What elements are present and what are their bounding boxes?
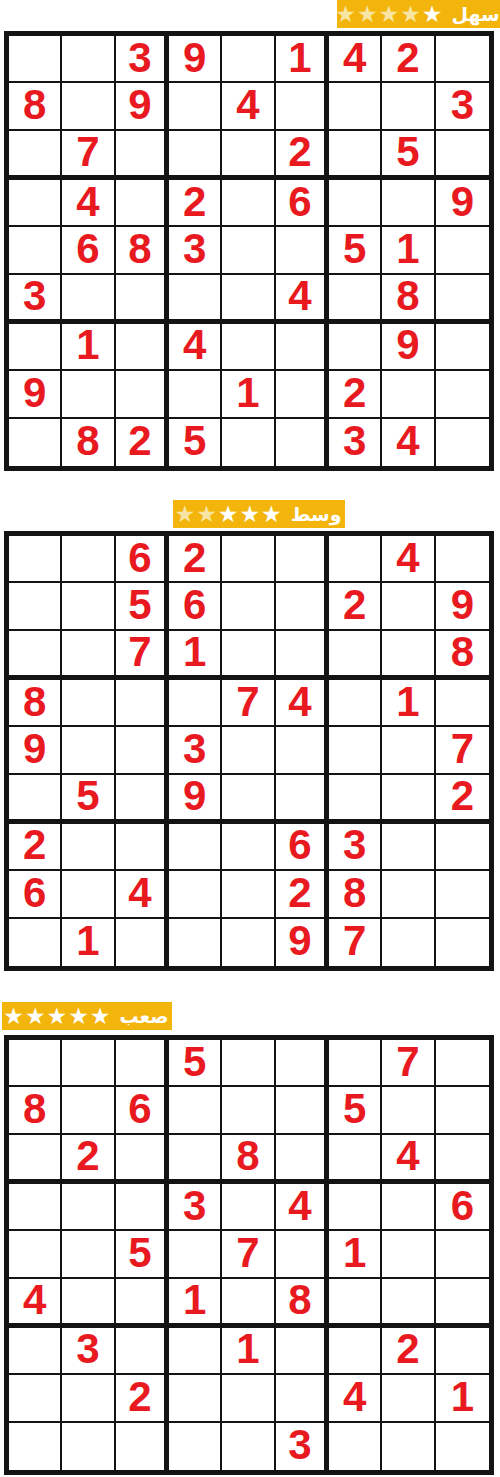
sudoku-medium-cell-r3c8[interactable] [382, 631, 435, 680]
sudoku-easy-cell-r2c1[interactable]: 8 [9, 83, 62, 130]
sudoku-easy-cell-r3c4[interactable] [169, 131, 222, 180]
sudoku-medium-cell-r5c8[interactable] [382, 727, 435, 774]
sudoku-hard-cell-r1c2[interactable] [62, 1040, 115, 1087]
sudoku-easy-cell-r5c5[interactable] [222, 227, 275, 274]
sudoku-grid-easy: 39142894372542696835134814991282534 [4, 31, 494, 471]
sudoku-hard-cell-r3c8[interactable]: 4 [382, 1135, 435, 1184]
sudoku-hard-cell-r8c3[interactable]: 2 [116, 1375, 169, 1422]
star-empty-icon: ★ [196, 503, 218, 526]
sudoku-hard-cell-r6c7[interactable] [329, 1279, 382, 1328]
sudoku-easy-cell-r1c9[interactable] [436, 36, 489, 83]
sudoku-easy-cell-r3c8[interactable]: 5 [382, 131, 435, 180]
sudoku-easy-cell-r7c5[interactable] [222, 324, 275, 371]
sudoku-easy-cell-r1c4[interactable]: 9 [169, 36, 222, 83]
sudoku-medium-cell-r8c7[interactable]: 8 [329, 871, 382, 918]
sudoku-medium-cell-r8c2[interactable] [62, 871, 115, 918]
sudoku-easy-cell-r7c6[interactable] [276, 324, 329, 371]
sudoku-hard-cell-r4c3[interactable] [116, 1184, 169, 1231]
sudoku-medium-cell-r5c7[interactable] [329, 727, 382, 774]
sudoku-easy-cell-r5c6[interactable] [276, 227, 329, 274]
sudoku-medium-cell-r2c2[interactable] [62, 583, 115, 630]
sudoku-hard-cell-r4c9[interactable]: 6 [436, 1184, 489, 1231]
sudoku-easy-cell-r6c2[interactable] [62, 275, 115, 324]
sudoku-medium-cell-r4c8[interactable]: 1 [382, 680, 435, 727]
sudoku-medium-cell-r3c9[interactable]: 8 [436, 631, 489, 680]
sudoku-hard-cell-r9c5[interactable] [222, 1423, 275, 1470]
sudoku-hard-cell-r3c4[interactable] [169, 1135, 222, 1184]
sudoku-hard-cell-r1c9[interactable] [436, 1040, 489, 1087]
sudoku-hard-cell-r4c2[interactable] [62, 1184, 115, 1231]
sudoku-hard-cell-r6c6[interactable]: 8 [276, 1279, 329, 1328]
sudoku-medium-cell-r2c6[interactable] [276, 583, 329, 630]
star-filled-icon: ★ [422, 3, 444, 26]
sudoku-medium-cell-r4c3[interactable] [116, 680, 169, 727]
sudoku-grid-medium: 624562971887419375922636428197 [4, 531, 494, 971]
sudoku-medium-cell-r2c3[interactable]: 5 [116, 583, 169, 630]
sudoku-hard-cell-r4c8[interactable] [382, 1184, 435, 1231]
sudoku-hard-cell-r1c8[interactable]: 7 [382, 1040, 435, 1087]
star-empty-icon: ★ [400, 3, 422, 26]
sudoku-medium-cell-r6c4[interactable]: 9 [169, 775, 222, 824]
sudoku-medium-cell-r3c7[interactable] [329, 631, 382, 680]
sudoku-hard-cell-r3c3[interactable] [116, 1135, 169, 1184]
star-filled-icon: ★ [68, 1005, 90, 1028]
difficulty-label-medium: وسط [289, 500, 344, 528]
sudoku-hard-cell-r5c5[interactable]: 7 [222, 1231, 275, 1278]
sudoku-medium-cell-r7c9[interactable] [436, 824, 489, 871]
sudoku-easy-cell-r7c8[interactable]: 9 [382, 324, 435, 371]
sudoku-easy-cell-r8c9[interactable] [436, 371, 489, 418]
sudoku-medium-cell-r7c2[interactable] [62, 824, 115, 871]
sudoku-medium-cell-r6c8[interactable] [382, 775, 435, 824]
sudoku-hard-cell-r8c4[interactable] [169, 1375, 222, 1422]
sudoku-easy-cell-r7c1[interactable] [9, 324, 62, 371]
sudoku-easy-cell-r4c2[interactable]: 4 [62, 180, 115, 227]
sudoku-grid-hard: 578652843465714183122413 [4, 1035, 494, 1475]
sudoku-hard-cell-r1c1[interactable] [9, 1040, 62, 1087]
sudoku-easy-cell-r6c3[interactable] [116, 275, 169, 324]
sudoku-easy-cell-r3c2[interactable]: 7 [62, 131, 115, 180]
sudoku-hard-cell-r8c7[interactable]: 4 [329, 1375, 382, 1422]
sudoku-easy-cell-r3c7[interactable] [329, 131, 382, 180]
sudoku-hard-cell-r1c7[interactable] [329, 1040, 382, 1087]
sudoku-easy-cell-r1c8[interactable]: 2 [382, 36, 435, 83]
sudoku-easy-cell-r3c5[interactable] [222, 131, 275, 180]
sudoku-hard-cell-r4c4[interactable]: 3 [169, 1184, 222, 1231]
sudoku-medium-cell-r6c7[interactable] [329, 775, 382, 824]
sudoku-hard-cell-r7c8[interactable]: 2 [382, 1328, 435, 1375]
sudoku-medium-cell-r8c8[interactable] [382, 871, 435, 918]
sudoku-medium-cell-r5c1[interactable]: 9 [9, 727, 62, 774]
sudoku-medium-cell-r9c9[interactable] [436, 919, 489, 966]
sudoku-hard-cell-r1c6[interactable] [276, 1040, 329, 1087]
sudoku-medium-cell-r1c7[interactable] [329, 536, 382, 583]
sudoku-medium-cell-r9c2[interactable]: 1 [62, 919, 115, 966]
sudoku-hard-cell-r5c2[interactable] [62, 1231, 115, 1278]
sudoku-hard-cell-r1c5[interactable] [222, 1040, 275, 1087]
sudoku-easy-cell-r8c5[interactable]: 1 [222, 371, 275, 418]
sudoku-hard-cell-r1c3[interactable] [116, 1040, 169, 1087]
sudoku-hard-cell-r9c8[interactable] [382, 1423, 435, 1470]
sudoku-medium-cell-r1c6[interactable] [276, 536, 329, 583]
sudoku-easy-cell-r4c6[interactable]: 6 [276, 180, 329, 227]
star-filled-icon: ★ [3, 1005, 25, 1028]
sudoku-easy-cell-r7c4[interactable]: 4 [169, 324, 222, 371]
sudoku-easy-cell-r8c8[interactable] [382, 371, 435, 418]
sudoku-easy-cell-r4c7[interactable] [329, 180, 382, 227]
sudoku-medium-cell-r5c6[interactable] [276, 727, 329, 774]
sudoku-hard-cell-r5c1[interactable] [9, 1231, 62, 1278]
sudoku-medium-cell-r6c3[interactable] [116, 775, 169, 824]
sudoku-hard-cell-r2c6[interactable] [276, 1087, 329, 1134]
sudoku-hard-cell-r7c7[interactable] [329, 1328, 382, 1375]
difficulty-banner-medium: ★★★★★ وسط [173, 500, 345, 528]
difficulty-banner-hard: ★★★★★ صعب [2, 1002, 172, 1030]
sudoku-medium-cell-r7c5[interactable] [222, 824, 275, 871]
sudoku-easy-cell-r2c6[interactable] [276, 83, 329, 130]
star-empty-icon: ★ [357, 3, 379, 26]
sudoku-medium-cell-r6c2[interactable]: 5 [62, 775, 115, 824]
sudoku-easy-cell-r3c6[interactable]: 2 [276, 131, 329, 180]
sudoku-easy-cell-r4c9[interactable]: 9 [436, 180, 489, 227]
sudoku-medium-cell-r4c1[interactable]: 8 [9, 680, 62, 727]
sudoku-hard-cell-r3c9[interactable] [436, 1135, 489, 1184]
sudoku-easy-cell-r9c8[interactable]: 4 [382, 419, 435, 466]
sudoku-hard-cell-r2c1[interactable]: 8 [9, 1087, 62, 1134]
sudoku-easy-cell-r7c9[interactable] [436, 324, 489, 371]
sudoku-easy-cell-r1c2[interactable] [62, 36, 115, 83]
sudoku-hard-cell-r8c1[interactable] [9, 1375, 62, 1422]
sudoku-hard-cell-r5c4[interactable] [169, 1231, 222, 1278]
sudoku-hard-cell-r2c8[interactable] [382, 1087, 435, 1134]
sudoku-hard-cell-r3c1[interactable] [9, 1135, 62, 1184]
sudoku-easy-cell-r8c2[interactable] [62, 371, 115, 418]
sudoku-easy-cell-r2c9[interactable]: 3 [436, 83, 489, 130]
difficulty-label-hard: صعب [117, 1002, 170, 1030]
sudoku-hard-cell-r8c5[interactable] [222, 1375, 275, 1422]
sudoku-hard-cell-r6c8[interactable] [382, 1279, 435, 1328]
sudoku-hard-cell-r2c9[interactable] [436, 1087, 489, 1134]
sudoku-hard-cell-r5c8[interactable] [382, 1231, 435, 1278]
sudoku-medium-cell-r1c1[interactable] [9, 536, 62, 583]
difficulty-banner-easy: ★★★★★ سهل [337, 0, 500, 28]
sudoku-easy-cell-r8c6[interactable] [276, 371, 329, 418]
sudoku-hard-cell-r9c3[interactable] [116, 1423, 169, 1470]
sudoku-medium-cell-r6c6[interactable] [276, 775, 329, 824]
sudoku-easy-cell-r6c8[interactable]: 8 [382, 275, 435, 324]
sudoku-hard-cell-r6c4[interactable]: 1 [169, 1279, 222, 1328]
sudoku-hard-cell-r5c6[interactable] [276, 1231, 329, 1278]
sudoku-easy-cell-r4c8[interactable] [382, 180, 435, 227]
sudoku-easy-cell-r4c1[interactable] [9, 180, 62, 227]
sudoku-easy-cell-r7c2[interactable]: 1 [62, 324, 115, 371]
sudoku-easy-cell-r6c1[interactable]: 3 [9, 275, 62, 324]
sudoku-medium-cell-r3c1[interactable] [9, 631, 62, 680]
star-rating-easy: ★★★★★ [335, 3, 443, 26]
sudoku-medium-cell-r9c7[interactable]: 7 [329, 919, 382, 966]
sudoku-hard-cell-r9c9[interactable] [436, 1423, 489, 1470]
sudoku-medium-cell-r3c6[interactable] [276, 631, 329, 680]
sudoku-medium-cell-r5c5[interactable] [222, 727, 275, 774]
sudoku-easy-cell-r6c5[interactable] [222, 275, 275, 324]
sudoku-medium-cell-r7c6[interactable]: 6 [276, 824, 329, 871]
sudoku-hard-cell-r7c3[interactable] [116, 1328, 169, 1375]
star-filled-icon: ★ [25, 1005, 47, 1028]
sudoku-medium-cell-r8c9[interactable] [436, 871, 489, 918]
sudoku-hard-cell-r4c6[interactable]: 4 [276, 1184, 329, 1231]
sudoku-easy-cell-r3c3[interactable] [116, 131, 169, 180]
sudoku-hard-cell-r8c8[interactable] [382, 1375, 435, 1422]
sudoku-hard-cell-r7c1[interactable] [9, 1328, 62, 1375]
star-filled-icon: ★ [90, 1005, 112, 1028]
sudoku-medium-cell-r3c3[interactable]: 7 [116, 631, 169, 680]
sudoku-medium-cell-r6c5[interactable] [222, 775, 275, 824]
sudoku-hard-cell-r5c7[interactable]: 1 [329, 1231, 382, 1278]
sudoku-hard-cell-r8c2[interactable] [62, 1375, 115, 1422]
sudoku-easy-cell-r6c9[interactable] [436, 275, 489, 324]
sudoku-medium-cell-r9c6[interactable]: 9 [276, 919, 329, 966]
sudoku-medium-cell-r4c2[interactable] [62, 680, 115, 727]
sudoku-easy-cell-r6c6[interactable]: 4 [276, 275, 329, 324]
sudoku-medium-cell-r3c4[interactable]: 1 [169, 631, 222, 680]
sudoku-medium-cell-r8c5[interactable] [222, 871, 275, 918]
sudoku-medium-cell-r2c8[interactable] [382, 583, 435, 630]
sudoku-easy-cell-r1c3[interactable]: 3 [116, 36, 169, 83]
sudoku-easy-cell-r5c3[interactable]: 8 [116, 227, 169, 274]
sudoku-medium-cell-r1c2[interactable] [62, 536, 115, 583]
sudoku-hard-cell-r6c3[interactable] [116, 1279, 169, 1328]
sudoku-medium-cell-r6c1[interactable] [9, 775, 62, 824]
star-filled-icon: ★ [218, 503, 240, 526]
sudoku-medium-cell-r9c1[interactable] [9, 919, 62, 966]
sudoku-medium-cell-r2c9[interactable]: 9 [436, 583, 489, 630]
star-empty-icon: ★ [379, 3, 401, 26]
sudoku-medium-cell-r1c5[interactable] [222, 536, 275, 583]
sudoku-hard-cell-r3c6[interactable] [276, 1135, 329, 1184]
sudoku-hard-cell-r6c5[interactable] [222, 1279, 275, 1328]
sudoku-hard-cell-r6c1[interactable]: 4 [9, 1279, 62, 1328]
sudoku-medium-cell-r2c7[interactable]: 2 [329, 583, 382, 630]
sudoku-hard-cell-r8c9[interactable]: 1 [436, 1375, 489, 1422]
sudoku-easy-cell-r3c1[interactable] [9, 131, 62, 180]
sudoku-easy-cell-r2c2[interactable] [62, 83, 115, 130]
sudoku-hard-cell-r7c5[interactable]: 1 [222, 1328, 275, 1375]
sudoku-hard-cell-r2c3[interactable]: 6 [116, 1087, 169, 1134]
sudoku-easy-cell-r9c5[interactable] [222, 419, 275, 466]
sudoku-hard-cell-r4c7[interactable] [329, 1184, 382, 1231]
sudoku-easy-cell-r4c3[interactable] [116, 180, 169, 227]
sudoku-medium-cell-r9c5[interactable] [222, 919, 275, 966]
sudoku-easy-cell-r8c1[interactable]: 9 [9, 371, 62, 418]
sudoku-medium-cell-r3c5[interactable] [222, 631, 275, 680]
sudoku-medium-cell-r5c4[interactable]: 3 [169, 727, 222, 774]
sudoku-hard-cell-r6c9[interactable] [436, 1279, 489, 1328]
sudoku-easy-cell-r5c9[interactable] [436, 227, 489, 274]
sudoku-hard-cell-r1c4[interactable]: 5 [169, 1040, 222, 1087]
sudoku-easy-cell-r9c1[interactable] [9, 419, 62, 466]
sudoku-medium-cell-r8c1[interactable]: 6 [9, 871, 62, 918]
sudoku-easy-cell-r2c4[interactable] [169, 83, 222, 130]
sudoku-medium-cell-r8c6[interactable]: 2 [276, 871, 329, 918]
sudoku-easy-cell-r2c8[interactable] [382, 83, 435, 130]
sudoku-hard-cell-r9c6[interactable]: 3 [276, 1423, 329, 1470]
sudoku-hard-cell-r7c6[interactable] [276, 1328, 329, 1375]
sudoku-easy-cell-r1c1[interactable] [9, 36, 62, 83]
sudoku-medium-cell-r1c9[interactable] [436, 536, 489, 583]
sudoku-medium-cell-r4c5[interactable]: 7 [222, 680, 275, 727]
sudoku-hard-cell-r3c5[interactable]: 8 [222, 1135, 275, 1184]
sudoku-hard-cell-r9c1[interactable] [9, 1423, 62, 1470]
sudoku-medium-cell-r9c4[interactable] [169, 919, 222, 966]
star-filled-icon: ★ [47, 1005, 69, 1028]
sudoku-hard-cell-r7c4[interactable] [169, 1328, 222, 1375]
sudoku-medium-cell-r7c7[interactable]: 3 [329, 824, 382, 871]
sudoku-medium-cell-r4c9[interactable] [436, 680, 489, 727]
sudoku-hard-cell-r9c4[interactable] [169, 1423, 222, 1470]
sudoku-hard-cell-r9c2[interactable] [62, 1423, 115, 1470]
sudoku-hard-cell-r4c5[interactable] [222, 1184, 275, 1231]
sudoku-medium-cell-r1c3[interactable]: 6 [116, 536, 169, 583]
sudoku-easy-cell-r4c5[interactable] [222, 180, 275, 227]
sudoku-easy-cell-r1c5[interactable] [222, 36, 275, 83]
sudoku-hard-cell-r6c2[interactable] [62, 1279, 115, 1328]
star-rating-hard: ★★★★★ [3, 1005, 111, 1028]
sudoku-medium-cell-r4c4[interactable] [169, 680, 222, 727]
sudoku-medium-cell-r4c6[interactable]: 4 [276, 680, 329, 727]
sudoku-easy-cell-r5c1[interactable] [9, 227, 62, 274]
star-filled-icon: ★ [239, 503, 261, 526]
sudoku-easy-cell-r5c2[interactable]: 6 [62, 227, 115, 274]
sudoku-medium-cell-r8c3[interactable]: 4 [116, 871, 169, 918]
sudoku-medium-cell-r2c5[interactable] [222, 583, 275, 630]
sudoku-easy-cell-r2c5[interactable]: 4 [222, 83, 275, 130]
sudoku-easy-cell-r5c4[interactable]: 3 [169, 227, 222, 274]
sudoku-easy-cell-r6c4[interactable] [169, 275, 222, 324]
sudoku-easy-cell-r8c7[interactable]: 2 [329, 371, 382, 418]
sudoku-medium-cell-r4c7[interactable] [329, 680, 382, 727]
sudoku-easy-cell-r8c3[interactable] [116, 371, 169, 418]
sudoku-easy-cell-r2c3[interactable]: 9 [116, 83, 169, 130]
sudoku-easy-cell-r1c7[interactable]: 4 [329, 36, 382, 83]
sudoku-easy-cell-r9c4[interactable]: 5 [169, 419, 222, 466]
sudoku-medium-cell-r1c4[interactable]: 2 [169, 536, 222, 583]
sudoku-hard-cell-r2c5[interactable] [222, 1087, 275, 1134]
sudoku-medium-cell-r7c4[interactable] [169, 824, 222, 871]
star-filled-icon: ★ [261, 503, 283, 526]
sudoku-easy-cell-r9c7[interactable]: 3 [329, 419, 382, 466]
sudoku-medium-cell-r7c3[interactable] [116, 824, 169, 871]
sudoku-medium-cell-r1c8[interactable]: 4 [382, 536, 435, 583]
sudoku-hard-cell-r3c7[interactable] [329, 1135, 382, 1184]
sudoku-hard-cell-r5c3[interactable]: 5 [116, 1231, 169, 1278]
sudoku-medium-cell-r6c9[interactable]: 2 [436, 775, 489, 824]
sudoku-hard-cell-r9c7[interactable] [329, 1423, 382, 1470]
sudoku-hard-cell-r7c9[interactable] [436, 1328, 489, 1375]
sudoku-medium-cell-r3c2[interactable] [62, 631, 115, 680]
sudoku-medium-cell-r9c3[interactable] [116, 919, 169, 966]
sudoku-hard-cell-r3c2[interactable]: 2 [62, 1135, 115, 1184]
sudoku-easy-cell-r7c3[interactable] [116, 324, 169, 371]
sudoku-hard-cell-r2c2[interactable] [62, 1087, 115, 1134]
sudoku-hard-cell-r2c4[interactable] [169, 1087, 222, 1134]
star-rating-medium: ★★★★★ [175, 503, 283, 526]
sudoku-easy-cell-r9c3[interactable]: 2 [116, 419, 169, 466]
difficulty-label-easy: سهل [449, 0, 500, 28]
sudoku-easy-cell-r9c9[interactable] [436, 419, 489, 466]
star-empty-icon: ★ [335, 3, 357, 26]
sudoku-medium-cell-r2c4[interactable]: 6 [169, 583, 222, 630]
sudoku-medium-cell-r5c3[interactable] [116, 727, 169, 774]
sudoku-hard-cell-r8c6[interactable] [276, 1375, 329, 1422]
sudoku-medium-cell-r7c8[interactable] [382, 824, 435, 871]
sudoku-easy-cell-r4c4[interactable]: 2 [169, 180, 222, 227]
sudoku-medium-cell-r5c9[interactable]: 7 [436, 727, 489, 774]
sudoku-hard-cell-r4c1[interactable] [9, 1184, 62, 1231]
sudoku-medium-cell-r9c8[interactable] [382, 919, 435, 966]
sudoku-hard-cell-r5c9[interactable] [436, 1231, 489, 1278]
sudoku-medium-cell-r8c4[interactable] [169, 871, 222, 918]
sudoku-hard-cell-r2c7[interactable]: 5 [329, 1087, 382, 1134]
sudoku-easy-cell-r8c4[interactable] [169, 371, 222, 418]
sudoku-easy-cell-r7c7[interactable] [329, 324, 382, 371]
star-empty-icon: ★ [175, 503, 197, 526]
sudoku-easy-cell-r2c7[interactable] [329, 83, 382, 130]
sudoku-easy-cell-r5c7[interactable]: 5 [329, 227, 382, 274]
sudoku-medium-cell-r2c1[interactable] [9, 583, 62, 630]
sudoku-easy-cell-r5c8[interactable]: 1 [382, 227, 435, 274]
sudoku-easy-cell-r9c2[interactable]: 8 [62, 419, 115, 466]
sudoku-hard-cell-r7c2[interactable]: 3 [62, 1328, 115, 1375]
sudoku-medium-cell-r7c1[interactable]: 2 [9, 824, 62, 871]
sudoku-easy-cell-r6c7[interactable] [329, 275, 382, 324]
sudoku-medium-cell-r5c2[interactable] [62, 727, 115, 774]
sudoku-easy-cell-r9c6[interactable] [276, 419, 329, 466]
sudoku-easy-cell-r3c9[interactable] [436, 131, 489, 180]
sudoku-easy-cell-r1c6[interactable]: 1 [276, 36, 329, 83]
